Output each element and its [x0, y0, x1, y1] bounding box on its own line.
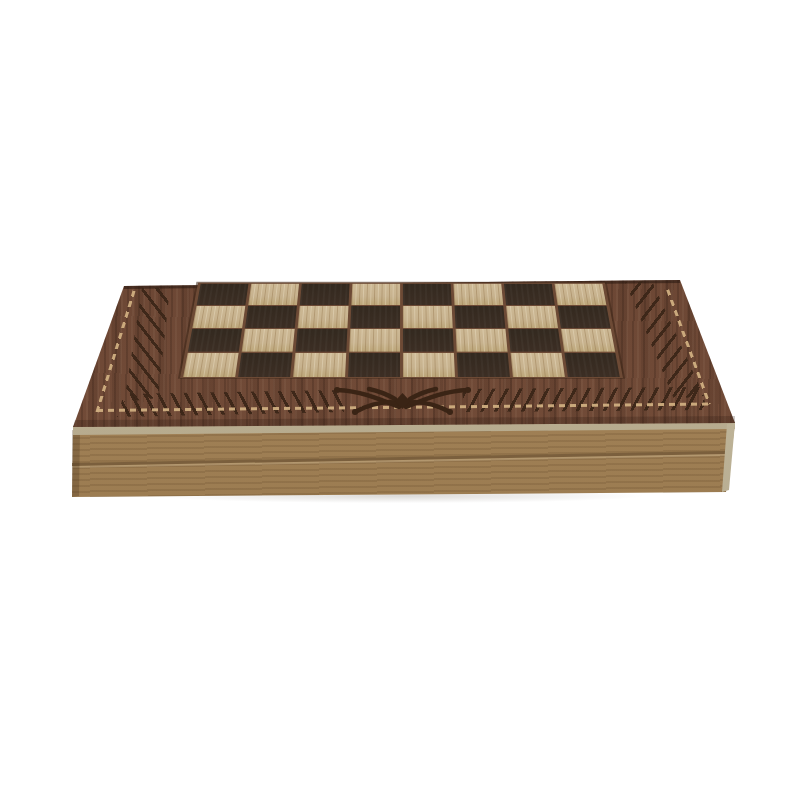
- ornament-icon: [325, 382, 480, 418]
- dashed-inlay-left: [95, 290, 135, 412]
- board-square-light: [456, 329, 508, 352]
- board-square-light: [298, 306, 349, 328]
- board-square-dark: [300, 284, 350, 305]
- board-square-light: [561, 329, 615, 352]
- board-square-dark: [197, 284, 249, 305]
- chessboard-grid: [180, 283, 623, 378]
- dashed-inlay-right: [666, 289, 711, 405]
- board-square-dark: [457, 353, 510, 377]
- board-square-dark: [245, 306, 297, 328]
- center-ornament-motif: [325, 382, 480, 418]
- board-square-light: [293, 353, 346, 377]
- board-square-dark: [564, 353, 619, 377]
- board-square-dark: [508, 329, 561, 352]
- board-square-light: [453, 284, 503, 305]
- board-square-dark: [504, 284, 555, 305]
- board-square-light: [351, 284, 400, 305]
- board-square-dark: [238, 353, 292, 377]
- board-square-dark: [188, 329, 242, 352]
- board-square-light: [183, 353, 238, 377]
- board-square-light: [403, 306, 453, 328]
- board-square-dark: [350, 306, 400, 328]
- board-square-dark: [348, 353, 400, 377]
- board-square-light: [242, 329, 295, 352]
- product-photo-page: { "meta": { "description": "Product phot…: [0, 0, 800, 800]
- board-square-light: [192, 306, 245, 328]
- board-square-light: [349, 329, 400, 352]
- board-square-dark: [558, 306, 611, 328]
- board-square-dark: [295, 329, 347, 352]
- board-square-light: [506, 306, 558, 328]
- board-square-light: [403, 353, 455, 377]
- board-square-light: [511, 353, 565, 377]
- board-square-light: [248, 284, 299, 305]
- board-square-dark: [403, 284, 452, 305]
- board-square-light: [555, 284, 607, 305]
- board-square-dark: [403, 329, 454, 352]
- board-square-dark: [454, 306, 505, 328]
